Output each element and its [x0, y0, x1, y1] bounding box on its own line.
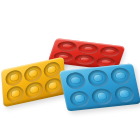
mold-cavity — [5, 69, 23, 88]
blue-silicone-mold — [59, 63, 140, 111]
mold-cavity — [6, 85, 24, 104]
mold-cavity — [109, 67, 132, 85]
mold-cavity — [24, 65, 42, 84]
mold-cavity — [73, 54, 96, 66]
mold-cavity — [65, 71, 88, 89]
mold-cavity — [77, 43, 100, 55]
yellow-silicone-mold — [1, 57, 66, 108]
mold-cavity — [44, 77, 62, 96]
mold-cavity — [87, 69, 110, 87]
mold-cavity — [56, 40, 79, 52]
mold-cavity — [91, 87, 114, 105]
mold-cavity — [98, 46, 121, 58]
mold-cavity-bunny — [68, 90, 91, 108]
product-photo — [0, 0, 140, 140]
mold-cavity — [25, 81, 43, 100]
mold-cavity — [113, 85, 136, 103]
mold-cavity — [43, 61, 61, 80]
